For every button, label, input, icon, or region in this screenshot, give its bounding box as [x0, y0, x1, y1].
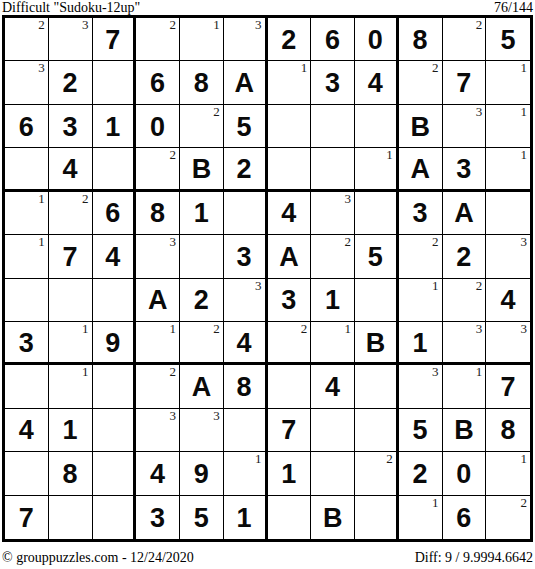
cell-corner-mark: 2	[301, 322, 308, 336]
cell-given-value: 1	[194, 198, 209, 227]
sudoku-cell-r6c8[interactable]: 2	[311, 235, 355, 278]
cell-given-value: 2	[237, 154, 252, 183]
cell-given-value: 6	[105, 198, 120, 227]
cell-given-value: B	[410, 112, 430, 141]
cell-given-value: 3	[281, 285, 296, 314]
cell-given-value: 0	[456, 459, 471, 488]
page-header: Difficult "Sudoku-12up" 76/144	[0, 0, 535, 15]
sudoku-cell-r4c8[interactable]	[311, 148, 355, 191]
sudoku-cell-r10c8[interactable]	[311, 409, 355, 452]
cell-given-value: 2	[63, 68, 78, 97]
cell-corner-mark: 1	[213, 18, 220, 32]
cell-corner-mark: 1	[255, 452, 262, 466]
cell-corner-mark: 1	[521, 61, 528, 75]
cell-given-value: 7	[501, 372, 516, 401]
sudoku-cell-r8c11[interactable]: 3	[443, 322, 487, 365]
cell-given-value: 6	[150, 68, 165, 97]
sudoku-cell-r5c4[interactable]: 8	[136, 192, 180, 235]
sudoku-cell-r9c10[interactable]: 3	[399, 365, 443, 408]
sudoku-cell-r8c5[interactable]: 2	[180, 322, 224, 365]
sudoku-cell-r11c10[interactable]: 2	[399, 452, 443, 495]
sudoku-cell-r3c4[interactable]: 0	[136, 105, 180, 148]
cell-given-value: 2	[413, 459, 428, 488]
sudoku-cell-r6c10[interactable]: 2	[399, 235, 443, 278]
sudoku-cell-r7c11[interactable]: 2	[443, 279, 487, 322]
sudoku-cell-r11c12[interactable]: 1	[486, 452, 530, 495]
sudoku-cell-r12c7[interactable]	[268, 496, 312, 539]
sudoku-cell-r6c9[interactable]: 5	[355, 235, 399, 278]
sudoku-cell-r1c3[interactable]: 7	[93, 18, 137, 61]
sudoku-cell-r8c2[interactable]: 1	[49, 322, 93, 365]
sudoku-cell-r3c5[interactable]: 2	[180, 105, 224, 148]
cell-given-value: 4	[368, 68, 383, 97]
cell-given-value: 5	[413, 415, 428, 444]
sudoku-cell-r1c7[interactable]: 2	[268, 18, 312, 61]
cell-given-value: 0	[368, 25, 383, 54]
sudoku-cell-r8c7[interactable]: 2	[268, 322, 312, 365]
cell-given-value: A	[234, 68, 254, 97]
sudoku-cell-r9c2[interactable]: 1	[49, 365, 93, 408]
sudoku-cell-r10c5[interactable]: 3	[180, 409, 224, 452]
sudoku-cell-r10c3[interactable]	[93, 409, 137, 452]
cell-corner-mark: 1	[82, 322, 89, 336]
cell-corner-mark: 2	[170, 18, 177, 32]
cell-given-value: 3	[413, 198, 428, 227]
cell-corner-mark: 2	[521, 496, 528, 510]
sudoku-cell-r12c6[interactable]: 1	[224, 496, 268, 539]
sudoku-cell-r4c7[interactable]	[268, 148, 312, 191]
cell-given-value: 5	[368, 242, 383, 271]
cell-given-value: A	[279, 242, 299, 271]
cell-given-value: 4	[150, 459, 165, 488]
cell-given-value: 6	[456, 503, 471, 532]
cell-given-value: 1	[237, 503, 252, 532]
sudoku-cell-r5c1[interactable]: 1	[5, 192, 49, 235]
sudoku-cell-r12c5[interactable]: 5	[180, 496, 224, 539]
cell-given-value: A	[192, 372, 212, 401]
cell-corner-mark: 2	[476, 279, 483, 293]
sudoku-cell-r11c7[interactable]: 1	[268, 452, 312, 495]
sudoku-cell-r9c5[interactable]: A	[180, 365, 224, 408]
sudoku-cell-r11c11[interactable]: 0	[443, 452, 487, 495]
sudoku-cell-r7c2[interactable]	[49, 279, 93, 322]
sudoku-cell-r1c2[interactable]: 3	[49, 18, 93, 61]
cell-given-value: 8	[501, 415, 516, 444]
cell-given-value: 2	[194, 285, 209, 314]
cell-given-value: 1	[105, 112, 120, 141]
sudoku-cell-r11c5[interactable]: 9	[180, 452, 224, 495]
cell-given-value: 3	[237, 242, 252, 271]
cell-given-value: 7	[19, 503, 34, 532]
sudoku-cell-r2c2[interactable]: 2	[49, 61, 93, 104]
sudoku-cell-r7c10[interactable]: 1	[399, 279, 443, 322]
cell-corner-mark: 2	[38, 18, 45, 32]
cell-given-value: 6	[325, 25, 340, 54]
cell-given-value: B	[323, 503, 343, 532]
sudoku-cell-r8c3[interactable]: 9	[93, 322, 137, 365]
sudoku-cell-r10c9[interactable]	[355, 409, 399, 452]
cell-given-value: B	[454, 415, 474, 444]
sudoku-cell-r6c1[interactable]: 1	[5, 235, 49, 278]
sudoku-cell-r3c12[interactable]: 1	[486, 105, 530, 148]
sudoku-cell-r9c3[interactable]	[93, 365, 137, 408]
sudoku-cell-r11c1[interactable]	[5, 452, 49, 495]
sudoku-cell-r1c11[interactable]: 2	[443, 18, 487, 61]
cell-given-value: 8	[63, 459, 78, 488]
cell-corner-mark: 3	[170, 409, 177, 423]
sudoku-cell-r9c7[interactable]	[268, 365, 312, 408]
page-footer: © grouppuzzles.com - 12/24/2020 Diff: 9 …	[0, 542, 535, 565]
cell-corner-mark: 2	[476, 18, 483, 32]
sudoku-cell-r5c11[interactable]: A	[443, 192, 487, 235]
cell-corner-mark: 3	[345, 192, 352, 206]
cell-given-value: 0	[150, 112, 165, 141]
cell-corner-mark: 3	[82, 18, 89, 32]
cell-given-value: 8	[150, 198, 165, 227]
sudoku-cell-r9c4[interactable]: 2	[136, 365, 180, 408]
sudoku-cell-r10c4[interactable]: 3	[136, 409, 180, 452]
cell-corner-mark: 1	[170, 322, 177, 336]
sudoku-cell-r6c11[interactable]: 2	[443, 235, 487, 278]
cell-given-value: 1	[63, 415, 78, 444]
sudoku-cell-r4c5[interactable]: B	[180, 148, 224, 191]
sudoku-cell-r1c1[interactable]: 2	[5, 18, 49, 61]
cell-corner-mark: 2	[170, 148, 177, 162]
sudoku-cell-r1c5[interactable]: 1	[180, 18, 224, 61]
sudoku-cell-r5c12[interactable]	[486, 192, 530, 235]
sudoku-cell-r8c6[interactable]: 4	[224, 322, 268, 365]
sudoku-cell-r4c3[interactable]	[93, 148, 137, 191]
sudoku-cell-r8c8[interactable]: 1	[311, 322, 355, 365]
sudoku-cell-r2c3[interactable]	[93, 61, 137, 104]
sudoku-cell-r12c11[interactable]: 6	[443, 496, 487, 539]
cell-given-value: 4	[237, 328, 252, 357]
sudoku-cell-r8c9[interactable]: B	[355, 322, 399, 365]
sudoku-cell-r9c8[interactable]: 4	[311, 365, 355, 408]
sudoku-cell-r7c4[interactable]: A	[136, 279, 180, 322]
cell-given-value: 8	[194, 68, 209, 97]
cell-corner-mark: 3	[521, 235, 528, 249]
sudoku-cell-r12c2[interactable]	[49, 496, 93, 539]
sudoku-cell-r5c8[interactable]: 3	[311, 192, 355, 235]
cell-given-value: 4	[19, 415, 34, 444]
cell-given-value: 5	[501, 25, 516, 54]
sudoku-cell-r10c2[interactable]: 1	[49, 409, 93, 452]
cell-corner-mark: 3	[38, 61, 45, 75]
cell-corner-mark: 1	[301, 61, 308, 75]
cell-corner-mark: 1	[432, 496, 439, 510]
cell-corner-mark: 2	[386, 452, 393, 466]
sudoku-cell-r11c4[interactable]: 4	[136, 452, 180, 495]
cell-given-value: 3	[19, 328, 34, 357]
sudoku-cell-r11c3[interactable]	[93, 452, 137, 495]
sudoku-cell-r9c6[interactable]: 8	[224, 365, 268, 408]
sudoku-cell-r2c1[interactable]: 3	[5, 61, 49, 104]
sudoku-cell-r12c1[interactable]: 7	[5, 496, 49, 539]
cell-given-value: 1	[281, 459, 296, 488]
sudoku-cell-r2c9[interactable]: 4	[355, 61, 399, 104]
sudoku-cell-r7c3[interactable]	[93, 279, 137, 322]
sudoku-cell-r6c4[interactable]: 3	[136, 235, 180, 278]
cell-corner-mark: 2	[82, 192, 89, 206]
sudoku-cell-r2c7[interactable]: 1	[268, 61, 312, 104]
sudoku-cell-r7c7[interactable]: 3	[268, 279, 312, 322]
sudoku-cell-r5c6[interactable]	[224, 192, 268, 235]
sudoku-grid: 2372132608253268A134271631025B3142B21A31…	[2, 15, 533, 542]
cell-given-value: 4	[325, 372, 340, 401]
sudoku-cell-r6c3[interactable]: 4	[93, 235, 137, 278]
cell-given-value: 9	[105, 328, 120, 357]
cell-corner-mark: 3	[476, 105, 483, 119]
cell-given-value: 1	[413, 328, 428, 357]
cell-corner-mark: 2	[213, 322, 220, 336]
sudoku-cell-r6c6[interactable]: 3	[224, 235, 268, 278]
cell-given-value: 3	[325, 68, 340, 97]
sudoku-cell-r1c10[interactable]: 8	[399, 18, 443, 61]
sudoku-cell-r7c6[interactable]: 3	[224, 279, 268, 322]
cell-given-value: 9	[194, 459, 209, 488]
cell-given-value: A	[454, 198, 474, 227]
sudoku-cell-r10c1[interactable]: 4	[5, 409, 49, 452]
sudoku-cell-r3c2[interactable]: 3	[49, 105, 93, 148]
copyright-text: © grouppuzzles.com - 12/24/2020	[2, 550, 194, 565]
sudoku-cell-r2c11[interactable]: 7	[443, 61, 487, 104]
sudoku-cell-r7c9[interactable]	[355, 279, 399, 322]
sudoku-cell-r12c8[interactable]: B	[311, 496, 355, 539]
sudoku-cell-r4c4[interactable]: 2	[136, 148, 180, 191]
sudoku-cell-r7c12[interactable]: 4	[486, 279, 530, 322]
sudoku-cell-r10c6[interactable]	[224, 409, 268, 452]
cell-given-value: 2	[456, 242, 471, 271]
cell-given-value: 7	[281, 415, 296, 444]
cell-corner-mark: 3	[432, 365, 439, 379]
sudoku-cell-r8c10[interactable]: 1	[399, 322, 443, 365]
difficulty-text: Diff: 9 / 9.9994.6642	[415, 550, 533, 565]
sudoku-cell-r12c10[interactable]: 1	[399, 496, 443, 539]
cell-corner-mark: 2	[170, 365, 177, 379]
sudoku-cell-r10c11[interactable]: B	[443, 409, 487, 452]
sudoku-cell-r4c9[interactable]: 1	[355, 148, 399, 191]
sudoku-cell-r1c12[interactable]: 5	[486, 18, 530, 61]
sudoku-cell-r9c1[interactable]	[5, 365, 49, 408]
sudoku-cell-r5c3[interactable]: 6	[93, 192, 137, 235]
sudoku-cell-r7c5[interactable]: 2	[180, 279, 224, 322]
cell-given-value: 4	[63, 154, 78, 183]
cell-corner-mark: 2	[432, 61, 439, 75]
sudoku-cell-r10c12[interactable]: 8	[486, 409, 530, 452]
cell-corner-mark: 1	[38, 192, 45, 206]
cell-corner-mark: 1	[521, 105, 528, 119]
sudoku-cell-r5c5[interactable]: 1	[180, 192, 224, 235]
puzzle-page: Difficult "Sudoku-12up" 76/144 237213260…	[0, 0, 535, 569]
sudoku-cell-r1c6[interactable]: 3	[224, 18, 268, 61]
sudoku-cell-r3c6[interactable]: 5	[224, 105, 268, 148]
cell-corner-mark: 3	[476, 322, 483, 336]
sudoku-cell-r7c8[interactable]: 1	[311, 279, 355, 322]
sudoku-cell-r1c8[interactable]: 6	[311, 18, 355, 61]
sudoku-cell-r3c7[interactable]	[268, 105, 312, 148]
sudoku-cell-r6c7[interactable]: A	[268, 235, 312, 278]
cell-corner-mark: 2	[345, 235, 352, 249]
sudoku-cell-r2c8[interactable]: 3	[311, 61, 355, 104]
cell-corner-mark: 1	[476, 365, 483, 379]
sudoku-cell-r2c6[interactable]: A	[224, 61, 268, 104]
sudoku-cell-r8c1[interactable]: 3	[5, 322, 49, 365]
sudoku-cell-r3c1[interactable]: 6	[5, 105, 49, 148]
sudoku-cell-r4c2[interactable]: 4	[49, 148, 93, 191]
cell-given-value: 7	[456, 68, 471, 97]
cell-corner-mark: 1	[386, 148, 393, 162]
cell-given-value: 6	[19, 112, 34, 141]
cell-corner-mark: 2	[432, 235, 439, 249]
sudoku-cell-r4c12[interactable]: 1	[486, 148, 530, 191]
sudoku-cell-r5c9[interactable]	[355, 192, 399, 235]
sudoku-cell-r10c7[interactable]: 7	[268, 409, 312, 452]
sudoku-cell-r11c6[interactable]: 1	[224, 452, 268, 495]
cell-given-value: 7	[105, 25, 120, 54]
sudoku-cell-r1c9[interactable]: 0	[355, 18, 399, 61]
cell-corner-mark: 1	[82, 365, 89, 379]
cell-corner-mark: 3	[170, 235, 177, 249]
sudoku-cell-r2c4[interactable]: 6	[136, 61, 180, 104]
cell-given-value: 1	[325, 285, 340, 314]
sudoku-cell-r9c12[interactable]: 7	[486, 365, 530, 408]
cell-given-value: 8	[237, 372, 252, 401]
sudoku-cell-r6c12[interactable]: 3	[486, 235, 530, 278]
sudoku-cell-r11c8[interactable]	[311, 452, 355, 495]
sudoku-cell-r9c11[interactable]: 1	[443, 365, 487, 408]
cell-corner-mark: 1	[521, 148, 528, 162]
sudoku-cell-r1c4[interactable]: 2	[136, 18, 180, 61]
sudoku-cell-r5c2[interactable]: 2	[49, 192, 93, 235]
cell-corner-mark: 3	[255, 279, 262, 293]
cell-given-value: 5	[237, 112, 252, 141]
sudoku-cell-r9c9[interactable]	[355, 365, 399, 408]
sudoku-cell-r3c3[interactable]: 1	[93, 105, 137, 148]
cell-given-value: B	[366, 328, 386, 357]
sudoku-cell-r8c12[interactable]: 3	[486, 322, 530, 365]
cell-corner-mark: 1	[345, 322, 352, 336]
sudoku-cell-r3c11[interactable]: 3	[443, 105, 487, 148]
cell-given-value: 3	[456, 154, 471, 183]
sudoku-cell-r3c10[interactable]: B	[399, 105, 443, 148]
sudoku-cell-r11c2[interactable]: 8	[49, 452, 93, 495]
cell-given-value: A	[410, 154, 430, 183]
sudoku-cell-r2c12[interactable]: 1	[486, 61, 530, 104]
page-title: Difficult "Sudoku-12up"	[2, 1, 140, 15]
cell-given-value: 4	[501, 285, 516, 314]
cell-given-value: 3	[63, 112, 78, 141]
sudoku-cell-r2c5[interactable]: 8	[180, 61, 224, 104]
cell-corner-mark: 3	[255, 18, 262, 32]
sudoku-cell-r6c5[interactable]	[180, 235, 224, 278]
sudoku-cell-r3c8[interactable]	[311, 105, 355, 148]
cell-given-value: 4	[105, 242, 120, 271]
sudoku-cell-r2c10[interactable]: 2	[399, 61, 443, 104]
sudoku-cell-r4c1[interactable]	[5, 148, 49, 191]
cell-given-value: 3	[150, 503, 165, 532]
cell-given-value: 2	[281, 25, 296, 54]
cell-corner-mark: 3	[213, 409, 220, 423]
sudoku-cell-r10c10[interactable]: 5	[399, 409, 443, 452]
sudoku-cell-r12c3[interactable]	[93, 496, 137, 539]
cell-corner-mark: 2	[213, 105, 220, 119]
sudoku-cell-r6c2[interactable]: 7	[49, 235, 93, 278]
sudoku-cell-r4c6[interactable]: 2	[224, 148, 268, 191]
sudoku-cell-r5c10[interactable]: 3	[399, 192, 443, 235]
cell-given-value: A	[148, 285, 168, 314]
sudoku-cell-r5c7[interactable]: 4	[268, 192, 312, 235]
sudoku-cell-r4c11[interactable]: 3	[443, 148, 487, 191]
sudoku-cell-r8c4[interactable]: 1	[136, 322, 180, 365]
sudoku-cell-r12c12[interactable]: 2	[486, 496, 530, 539]
cell-corner-mark: 3	[521, 322, 528, 336]
sudoku-cell-r12c4[interactable]: 3	[136, 496, 180, 539]
sudoku-cell-r11c9[interactable]: 2	[355, 452, 399, 495]
cell-given-value: 4	[281, 198, 296, 227]
sudoku-cell-r3c9[interactable]	[355, 105, 399, 148]
cell-given-value: 5	[194, 503, 209, 532]
cell-corner-mark: 1	[38, 235, 45, 249]
cell-given-value: 8	[413, 25, 428, 54]
sudoku-cell-r7c1[interactable]	[5, 279, 49, 322]
sudoku-cell-r12c9[interactable]	[355, 496, 399, 539]
sudoku-cell-r4c10[interactable]: A	[399, 148, 443, 191]
cell-given-value: B	[192, 154, 212, 183]
cell-corner-mark: 1	[521, 452, 528, 466]
puzzle-counter: 76/144	[494, 1, 533, 15]
cell-corner-mark: 1	[432, 279, 439, 293]
cell-given-value: 7	[63, 242, 78, 271]
